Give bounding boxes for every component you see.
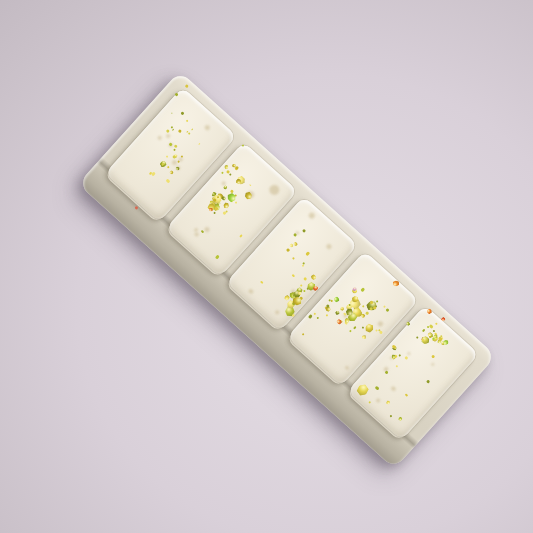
glitter-dot [422,329,426,333]
glitter-flake [362,335,367,340]
wax-speck [194,232,200,238]
glitter-dot [215,254,220,259]
glitter-dot [165,155,168,158]
glitter-dot [405,393,408,396]
glitter-dot [173,148,176,151]
glitter-dot [305,251,310,256]
glitter-dot [166,165,169,168]
glitter-dot [366,312,369,315]
photo-background [0,0,533,533]
glitter-dot [171,112,173,114]
glitter-dot [376,300,379,303]
glitter-flake [223,203,230,210]
glitter-dot [303,277,308,282]
glitter-dot [300,284,303,287]
glitter-dot [353,326,356,329]
wax-speck [203,226,210,233]
glitter-dot [286,248,289,251]
glitter-dot [313,313,316,316]
glitter-dot [241,144,244,147]
glitter-dot [362,326,365,329]
wax-speck [344,365,349,370]
glitter-dot [191,128,194,131]
glitter-flake [284,294,291,301]
glitter-flake [397,416,402,421]
glitter-dot [426,380,430,384]
glitter-flake [386,401,390,405]
glitter-dot [198,143,200,145]
glitter-flake [293,242,299,248]
glitter-dot [361,305,364,308]
glitter-dot [166,129,170,133]
glitter-dot [302,265,305,268]
glitter-dot [360,287,365,292]
glitter-flake [364,323,375,334]
wax-speck [377,321,383,327]
glitter-dot [292,313,296,317]
glitter-dot [178,129,182,133]
glitter-flake [340,306,345,311]
wax-speck [407,351,412,356]
glitter-dot [375,329,378,332]
glitter-dot [223,211,226,214]
glitter-dot [303,289,306,292]
glitter-dot [221,171,224,174]
glitter-dot [180,111,184,115]
wax-snap-bar [78,71,496,469]
glitter-dot [373,306,377,310]
wax-speck [221,181,226,186]
glitter-flake [310,274,317,281]
glitter-dot [240,234,243,237]
glitter-dot [434,322,438,326]
glitter-dot [385,370,389,374]
glitter-dot [416,336,419,339]
wax-speck [307,212,315,220]
glitter-dot [229,173,232,176]
glitter-flake [169,169,174,174]
glitter-dot [383,305,386,308]
glitter-dot [250,184,252,186]
glitter-dot [165,179,170,184]
glitter-flake [405,321,411,327]
glitter-dot [151,171,156,176]
glitter-dot [375,386,380,391]
glitter-dot [404,356,409,361]
glitter-flake [440,316,446,322]
wax-speck [376,398,381,403]
glitter-dot [302,333,305,336]
glitter-dot [260,281,263,284]
glitter-dot [431,354,436,359]
glitter-dot [184,84,188,88]
glitter-flake [289,243,294,248]
glitter-dot [134,206,138,210]
wax-speck [165,133,171,139]
glitter-dot [390,415,392,417]
glitter-dot [292,274,295,277]
glitter-dot [349,330,352,333]
glitter-dot [213,211,216,214]
glitter-dot [175,93,179,97]
glitter-flake [426,308,433,315]
glitter-flake [335,310,341,316]
wax-speck [267,183,281,197]
wax-speck [157,135,163,141]
glitter-flake [392,280,398,286]
glitter-dot [235,201,238,204]
glitter-dot [386,308,390,312]
glitter-dot [399,354,402,357]
glitter-dot [325,314,328,317]
glitter-dot [302,229,306,233]
wax-speck [274,309,280,315]
glitter-dot [185,119,188,122]
glitter-flake [334,296,341,303]
glitter-dot [316,317,319,320]
wax-speck [203,124,210,131]
wax-speck [248,288,254,294]
glitter-dot [395,365,398,368]
wax-speck [390,385,397,392]
wax-speck [325,243,332,250]
glitter-dot [368,401,371,404]
glitter-dot [379,331,383,335]
glitter-flake [355,382,370,397]
glitter-dot [292,257,294,259]
glitter-dot [308,314,313,319]
wax-speck [430,362,435,367]
glitter-dot [172,129,175,132]
